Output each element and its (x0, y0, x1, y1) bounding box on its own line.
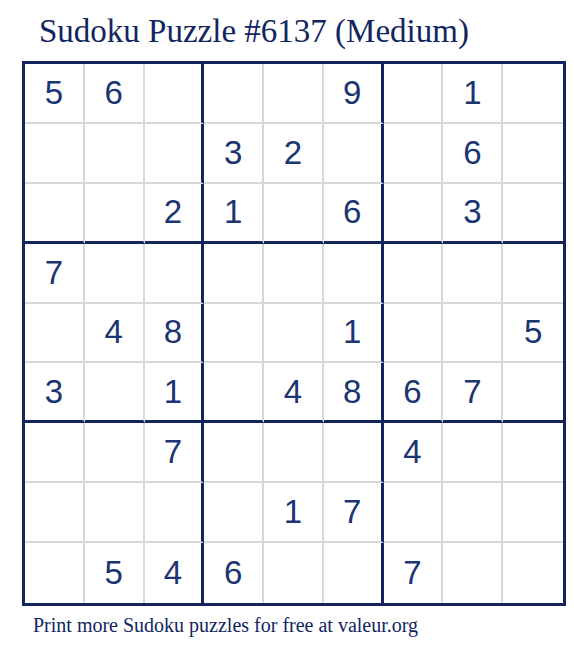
sudoku-cell-r4c9 (503, 244, 563, 304)
sudoku-cell-r3c2 (85, 184, 145, 244)
sudoku-cell-r2c9 (503, 124, 563, 184)
sudoku-cell-r4c8 (443, 244, 503, 304)
sudoku-cell-r7c8 (443, 423, 503, 483)
sudoku-cell-r3c1 (25, 184, 85, 244)
sudoku-cell-r7c1 (25, 423, 85, 483)
sudoku-cell-r6c6: 8 (324, 363, 384, 423)
sudoku-cell-r3c9 (503, 184, 563, 244)
sudoku-cell-r5c5 (264, 304, 324, 364)
sudoku-cell-r5c2: 4 (85, 304, 145, 364)
sudoku-cell-r3c6: 6 (324, 184, 384, 244)
sudoku-cell-r8c9 (503, 483, 563, 543)
sudoku-cell-r1c6: 9 (324, 64, 384, 124)
sudoku-cell-r6c1: 3 (25, 363, 85, 423)
sudoku-cell-r3c4: 1 (204, 184, 264, 244)
sudoku-cell-r9c4: 6 (204, 543, 264, 603)
sudoku-cell-r6c9 (503, 363, 563, 423)
sudoku-cell-r5c7 (384, 304, 444, 364)
sudoku-cell-r4c5 (264, 244, 324, 304)
sudoku-cell-r2c5: 2 (264, 124, 324, 184)
sudoku-cell-r7c5 (264, 423, 324, 483)
sudoku-cell-r9c1 (25, 543, 85, 603)
sudoku-cell-r9c6 (324, 543, 384, 603)
sudoku-cell-r6c4 (204, 363, 264, 423)
sudoku-cell-r7c2 (85, 423, 145, 483)
sudoku-cell-r7c3: 7 (145, 423, 205, 483)
sudoku-cell-r1c8: 1 (443, 64, 503, 124)
sudoku-cell-r6c7: 6 (384, 363, 444, 423)
sudoku-cell-r5c3: 8 (145, 304, 205, 364)
sudoku-cell-r6c2 (85, 363, 145, 423)
sudoku-cell-r8c1 (25, 483, 85, 543)
sudoku-cell-r7c6 (324, 423, 384, 483)
sudoku-cell-r2c6 (324, 124, 384, 184)
sudoku-cell-r6c3: 1 (145, 363, 205, 423)
sudoku-cell-r2c7 (384, 124, 444, 184)
sudoku-cell-r2c8: 6 (443, 124, 503, 184)
sudoku-cell-r5c1 (25, 304, 85, 364)
sudoku-cell-r1c1: 5 (25, 64, 85, 124)
sudoku-cell-r2c2 (85, 124, 145, 184)
page-title: Sudoku Puzzle #6137 (Medium) (39, 13, 469, 49)
sudoku-cell-r2c4: 3 (204, 124, 264, 184)
sudoku-cell-r6c8: 7 (443, 363, 503, 423)
sudoku-cell-r8c3 (145, 483, 205, 543)
sudoku-cell-r5c4 (204, 304, 264, 364)
sudoku-cell-r5c6: 1 (324, 304, 384, 364)
sudoku-cell-r9c9 (503, 543, 563, 603)
sudoku-cell-r3c8: 3 (443, 184, 503, 244)
sudoku-cell-r1c2: 6 (85, 64, 145, 124)
sudoku-cell-r7c4 (204, 423, 264, 483)
sudoku-cell-r7c9 (503, 423, 563, 483)
sudoku-cell-r8c2 (85, 483, 145, 543)
sudoku-cell-r1c7 (384, 64, 444, 124)
sudoku-cell-r9c5 (264, 543, 324, 603)
sudoku-cell-r5c9: 5 (503, 304, 563, 364)
sudoku-cell-r7c7: 4 (384, 423, 444, 483)
sudoku-cell-r8c7 (384, 483, 444, 543)
sudoku-cell-r9c8 (443, 543, 503, 603)
sudoku-cell-r4c3 (145, 244, 205, 304)
sudoku-cell-r9c3: 4 (145, 543, 205, 603)
sudoku-cell-r4c2 (85, 244, 145, 304)
sudoku-cell-r3c3: 2 (145, 184, 205, 244)
sudoku-cell-r2c1 (25, 124, 85, 184)
sudoku-board: 569132621637481531486774175467 (22, 61, 566, 606)
footer-text: Print more Sudoku puzzles for free at va… (33, 614, 418, 637)
sudoku-cell-r1c3 (145, 64, 205, 124)
sudoku-cell-r9c7: 7 (384, 543, 444, 603)
sudoku-cell-r9c2: 5 (85, 543, 145, 603)
sudoku-cell-r1c9 (503, 64, 563, 124)
sudoku-cell-r4c1: 7 (25, 244, 85, 304)
sudoku-cell-r6c5: 4 (264, 363, 324, 423)
sudoku-cell-r8c6: 7 (324, 483, 384, 543)
sudoku-cell-r2c3 (145, 124, 205, 184)
sudoku-cell-r4c7 (384, 244, 444, 304)
sudoku-cell-r4c6 (324, 244, 384, 304)
sudoku-cell-r1c5 (264, 64, 324, 124)
sudoku-cell-r5c8 (443, 304, 503, 364)
sudoku-cell-r8c8 (443, 483, 503, 543)
sudoku-cell-r3c7 (384, 184, 444, 244)
sudoku-cell-r8c5: 1 (264, 483, 324, 543)
sudoku-cell-r1c4 (204, 64, 264, 124)
sudoku-cell-r3c5 (264, 184, 324, 244)
sudoku-cell-r8c4 (204, 483, 264, 543)
sudoku-cell-r4c4 (204, 244, 264, 304)
